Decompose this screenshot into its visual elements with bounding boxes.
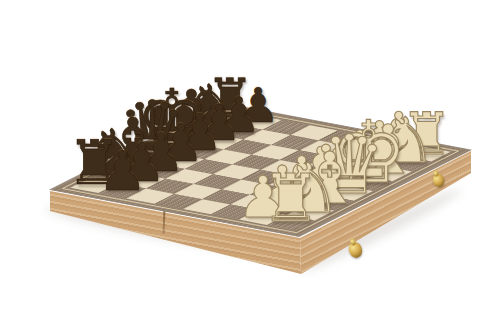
squares-grid (70, 109, 450, 230)
fold-seam (163, 210, 166, 234)
brass-clasp-icon (431, 173, 446, 189)
chess-product-photo: ♜♟♞♟♝♟♚♟♟♜♛♟♟♞♝♟♟♝♞♟♟♚♜♟♟♛♟♝♟♞♟♜ (0, 0, 500, 333)
chess-board (50, 103, 470, 237)
brass-clasp-icon (347, 240, 364, 259)
